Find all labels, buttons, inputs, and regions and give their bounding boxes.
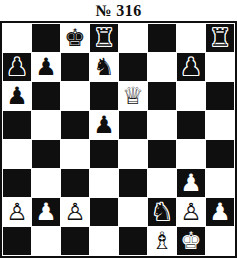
square-g7[interactable]: ♟ [177, 53, 205, 81]
square-c1[interactable] [61, 227, 89, 255]
square-d1[interactable] [90, 227, 118, 255]
piece-black-knight: ♞ [151, 198, 173, 226]
square-d6[interactable] [90, 82, 118, 110]
piece-white-queen: ♕ [122, 82, 144, 110]
square-e3[interactable] [119, 169, 147, 197]
square-h6[interactable] [206, 82, 234, 110]
square-d4[interactable] [90, 140, 118, 168]
square-b3[interactable] [32, 169, 60, 197]
square-f2[interactable]: ♞ [148, 198, 176, 226]
square-e2[interactable] [119, 198, 147, 226]
square-f4[interactable] [148, 140, 176, 168]
square-c5[interactable] [61, 111, 89, 139]
square-h2[interactable]: ♟ [206, 198, 234, 226]
piece-white-bishop: ♗ [151, 227, 173, 255]
square-f1[interactable]: ♗ [148, 227, 176, 255]
square-b8[interactable] [32, 24, 60, 52]
square-c4[interactable] [61, 140, 89, 168]
square-e1[interactable] [119, 227, 147, 255]
piece-black-pawn: ♟ [6, 53, 28, 81]
square-d8[interactable]: ♜ [90, 24, 118, 52]
piece-black-pawn: ♟ [35, 53, 57, 81]
square-f5[interactable] [148, 111, 176, 139]
square-g5[interactable] [177, 111, 205, 139]
square-h5[interactable] [206, 111, 234, 139]
square-d7[interactable]: ♞ [90, 53, 118, 81]
square-a6[interactable]: ♟ [3, 82, 31, 110]
square-c2[interactable]: ♙ [61, 198, 89, 226]
square-a5[interactable] [3, 111, 31, 139]
square-b7[interactable]: ♟ [32, 53, 60, 81]
diagram-number: № 316 [0, 0, 237, 21]
square-b4[interactable] [32, 140, 60, 168]
piece-black-pawn: ♟ [93, 111, 115, 139]
square-e6[interactable]: ♕ [119, 82, 147, 110]
square-b5[interactable] [32, 111, 60, 139]
square-b1[interactable] [32, 227, 60, 255]
square-f8[interactable] [148, 24, 176, 52]
piece-white-pawn: ♟ [180, 169, 202, 197]
piece-white-pawn: ♙ [180, 198, 202, 226]
square-a4[interactable] [3, 140, 31, 168]
square-b2[interactable]: ♟ [32, 198, 60, 226]
square-h8[interactable]: ♜ [206, 24, 234, 52]
square-f6[interactable] [148, 82, 176, 110]
square-h4[interactable] [206, 140, 234, 168]
square-a7[interactable]: ♟ [3, 53, 31, 81]
square-c3[interactable] [61, 169, 89, 197]
square-e8[interactable] [119, 24, 147, 52]
square-g2[interactable]: ♙ [177, 198, 205, 226]
piece-white-pawn: ♙ [6, 198, 28, 226]
square-a1[interactable] [3, 227, 31, 255]
square-b6[interactable] [32, 82, 60, 110]
square-c7[interactable] [61, 53, 89, 81]
square-f7[interactable] [148, 53, 176, 81]
square-a8[interactable] [3, 24, 31, 52]
square-e5[interactable] [119, 111, 147, 139]
square-g4[interactable] [177, 140, 205, 168]
square-c6[interactable] [61, 82, 89, 110]
square-d5[interactable]: ♟ [90, 111, 118, 139]
piece-white-pawn: ♙ [64, 198, 86, 226]
square-f3[interactable] [148, 169, 176, 197]
piece-white-pawn: ♟ [35, 198, 57, 226]
piece-black-pawn: ♟ [180, 53, 202, 81]
square-g1[interactable]: ♚ [177, 227, 205, 255]
square-g6[interactable] [177, 82, 205, 110]
chess-board: ♚♜♜♟♟♞♟♟♕♟♟♙♟♙♞♙♟♗♚ [0, 21, 237, 258]
piece-black-rook: ♜ [209, 24, 231, 52]
piece-white-pawn: ♟ [209, 198, 231, 226]
square-e4[interactable] [119, 140, 147, 168]
piece-white-king: ♚ [180, 227, 202, 255]
piece-black-rook: ♜ [93, 24, 115, 52]
square-c8[interactable]: ♚ [61, 24, 89, 52]
square-d3[interactable] [90, 169, 118, 197]
square-h1[interactable] [206, 227, 234, 255]
square-g8[interactable] [177, 24, 205, 52]
square-d2[interactable] [90, 198, 118, 226]
piece-black-king: ♚ [64, 24, 86, 52]
square-a2[interactable]: ♙ [3, 198, 31, 226]
piece-black-knight: ♞ [93, 53, 115, 81]
piece-black-pawn: ♟ [6, 82, 28, 110]
square-g3[interactable]: ♟ [177, 169, 205, 197]
square-a3[interactable] [3, 169, 31, 197]
square-h7[interactable] [206, 53, 234, 81]
square-e7[interactable] [119, 53, 147, 81]
square-h3[interactable] [206, 169, 234, 197]
